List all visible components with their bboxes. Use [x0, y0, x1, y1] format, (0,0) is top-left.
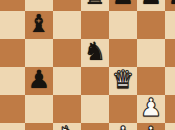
- square-f6[interactable]: [137, 11, 165, 39]
- square-d3[interactable]: [81, 95, 109, 123]
- piece-white-pawn: ♟: [140, 94, 162, 122]
- piece-black-pawn: ♟: [28, 66, 50, 94]
- piece-black-pawn: ♟: [112, 0, 134, 10]
- chess-board: ♜♟♟♟♝♞♟♛♟♞♟♝: [0, 0, 175, 130]
- piece-white-bishop: ♝: [140, 122, 162, 130]
- piece-white-knight: ♞: [56, 122, 78, 130]
- square-a3[interactable]: [0, 95, 25, 123]
- square-g3[interactable]: [165, 95, 175, 123]
- square-e5[interactable]: [109, 39, 137, 67]
- square-b3[interactable]: [25, 95, 53, 123]
- square-a4[interactable]: [0, 67, 25, 95]
- square-e4[interactable]: ♛: [109, 67, 137, 95]
- piece-white-queen: ♛: [112, 66, 134, 94]
- square-g2[interactable]: [165, 123, 175, 130]
- square-e7[interactable]: ♟: [109, 0, 137, 11]
- piece-black-pawn: ♟: [140, 0, 162, 10]
- piece-black-bishop: ♝: [28, 10, 50, 38]
- square-b5[interactable]: [25, 39, 53, 67]
- square-a5[interactable]: [0, 39, 25, 67]
- square-d6[interactable]: [81, 11, 109, 39]
- piece-black-pawn: ♟: [168, 0, 175, 10]
- square-e3[interactable]: [109, 95, 137, 123]
- square-a7[interactable]: [0, 0, 25, 11]
- square-g4[interactable]: [165, 67, 175, 95]
- square-f5[interactable]: [137, 39, 165, 67]
- square-f3[interactable]: ♟: [137, 95, 165, 123]
- square-e6[interactable]: [109, 11, 137, 39]
- square-f4[interactable]: [137, 67, 165, 95]
- square-d7[interactable]: ♜: [81, 0, 109, 11]
- square-b4[interactable]: ♟: [25, 67, 53, 95]
- square-f7[interactable]: ♟: [137, 0, 165, 11]
- square-f2[interactable]: ♝: [137, 123, 165, 130]
- square-a6[interactable]: [0, 11, 25, 39]
- square-c5[interactable]: [53, 39, 81, 67]
- piece-black-knight: ♞: [84, 38, 106, 66]
- square-a2[interactable]: [0, 123, 25, 130]
- square-d5[interactable]: ♞: [81, 39, 109, 67]
- square-b2[interactable]: [25, 123, 53, 130]
- square-c4[interactable]: [53, 67, 81, 95]
- square-b6[interactable]: ♝: [25, 11, 53, 39]
- square-c2[interactable]: ♞: [53, 123, 81, 130]
- chess-diagram-viewport: ♜♟♟♟♝♞♟♛♟♞♟♝: [0, 0, 175, 130]
- square-g6[interactable]: [165, 11, 175, 39]
- square-d4[interactable]: [81, 67, 109, 95]
- square-d2[interactable]: [81, 123, 109, 130]
- square-e2[interactable]: ♟: [109, 123, 137, 130]
- square-g7[interactable]: ♟: [165, 0, 175, 11]
- square-g5[interactable]: [165, 39, 175, 67]
- square-c6[interactable]: [53, 11, 81, 39]
- square-c3[interactable]: [53, 95, 81, 123]
- square-c7[interactable]: [53, 0, 81, 11]
- piece-black-rook: ♜: [84, 0, 106, 10]
- piece-white-pawn: ♟: [112, 122, 134, 130]
